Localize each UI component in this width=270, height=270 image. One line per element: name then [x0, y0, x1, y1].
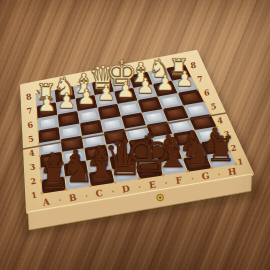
- white-pawn: ♟: [97, 84, 116, 105]
- white-pawn: ♟: [175, 69, 194, 90]
- white-pawn: ♟: [38, 95, 57, 116]
- white-pawn: ♟: [77, 87, 96, 108]
- white-pawn: ♟: [57, 91, 76, 112]
- white-pawn: ♟: [156, 73, 175, 94]
- dark-rook: ♜: [205, 132, 236, 167]
- pieces-layer: ♜♞♝♛♚♝♞♜♟♟♟♟♟♟♟♟♟♟♟♟♟♟♟♟♜♞♝♛♚♝♞♜: [0, 0, 270, 270]
- white-pawn: ♟: [136, 77, 155, 98]
- table-surface: ABCDEFGHABCDEFGH8877665544332211 ♜♞♝♛♚♝♞…: [0, 0, 270, 270]
- white-pawn: ♟: [116, 80, 135, 101]
